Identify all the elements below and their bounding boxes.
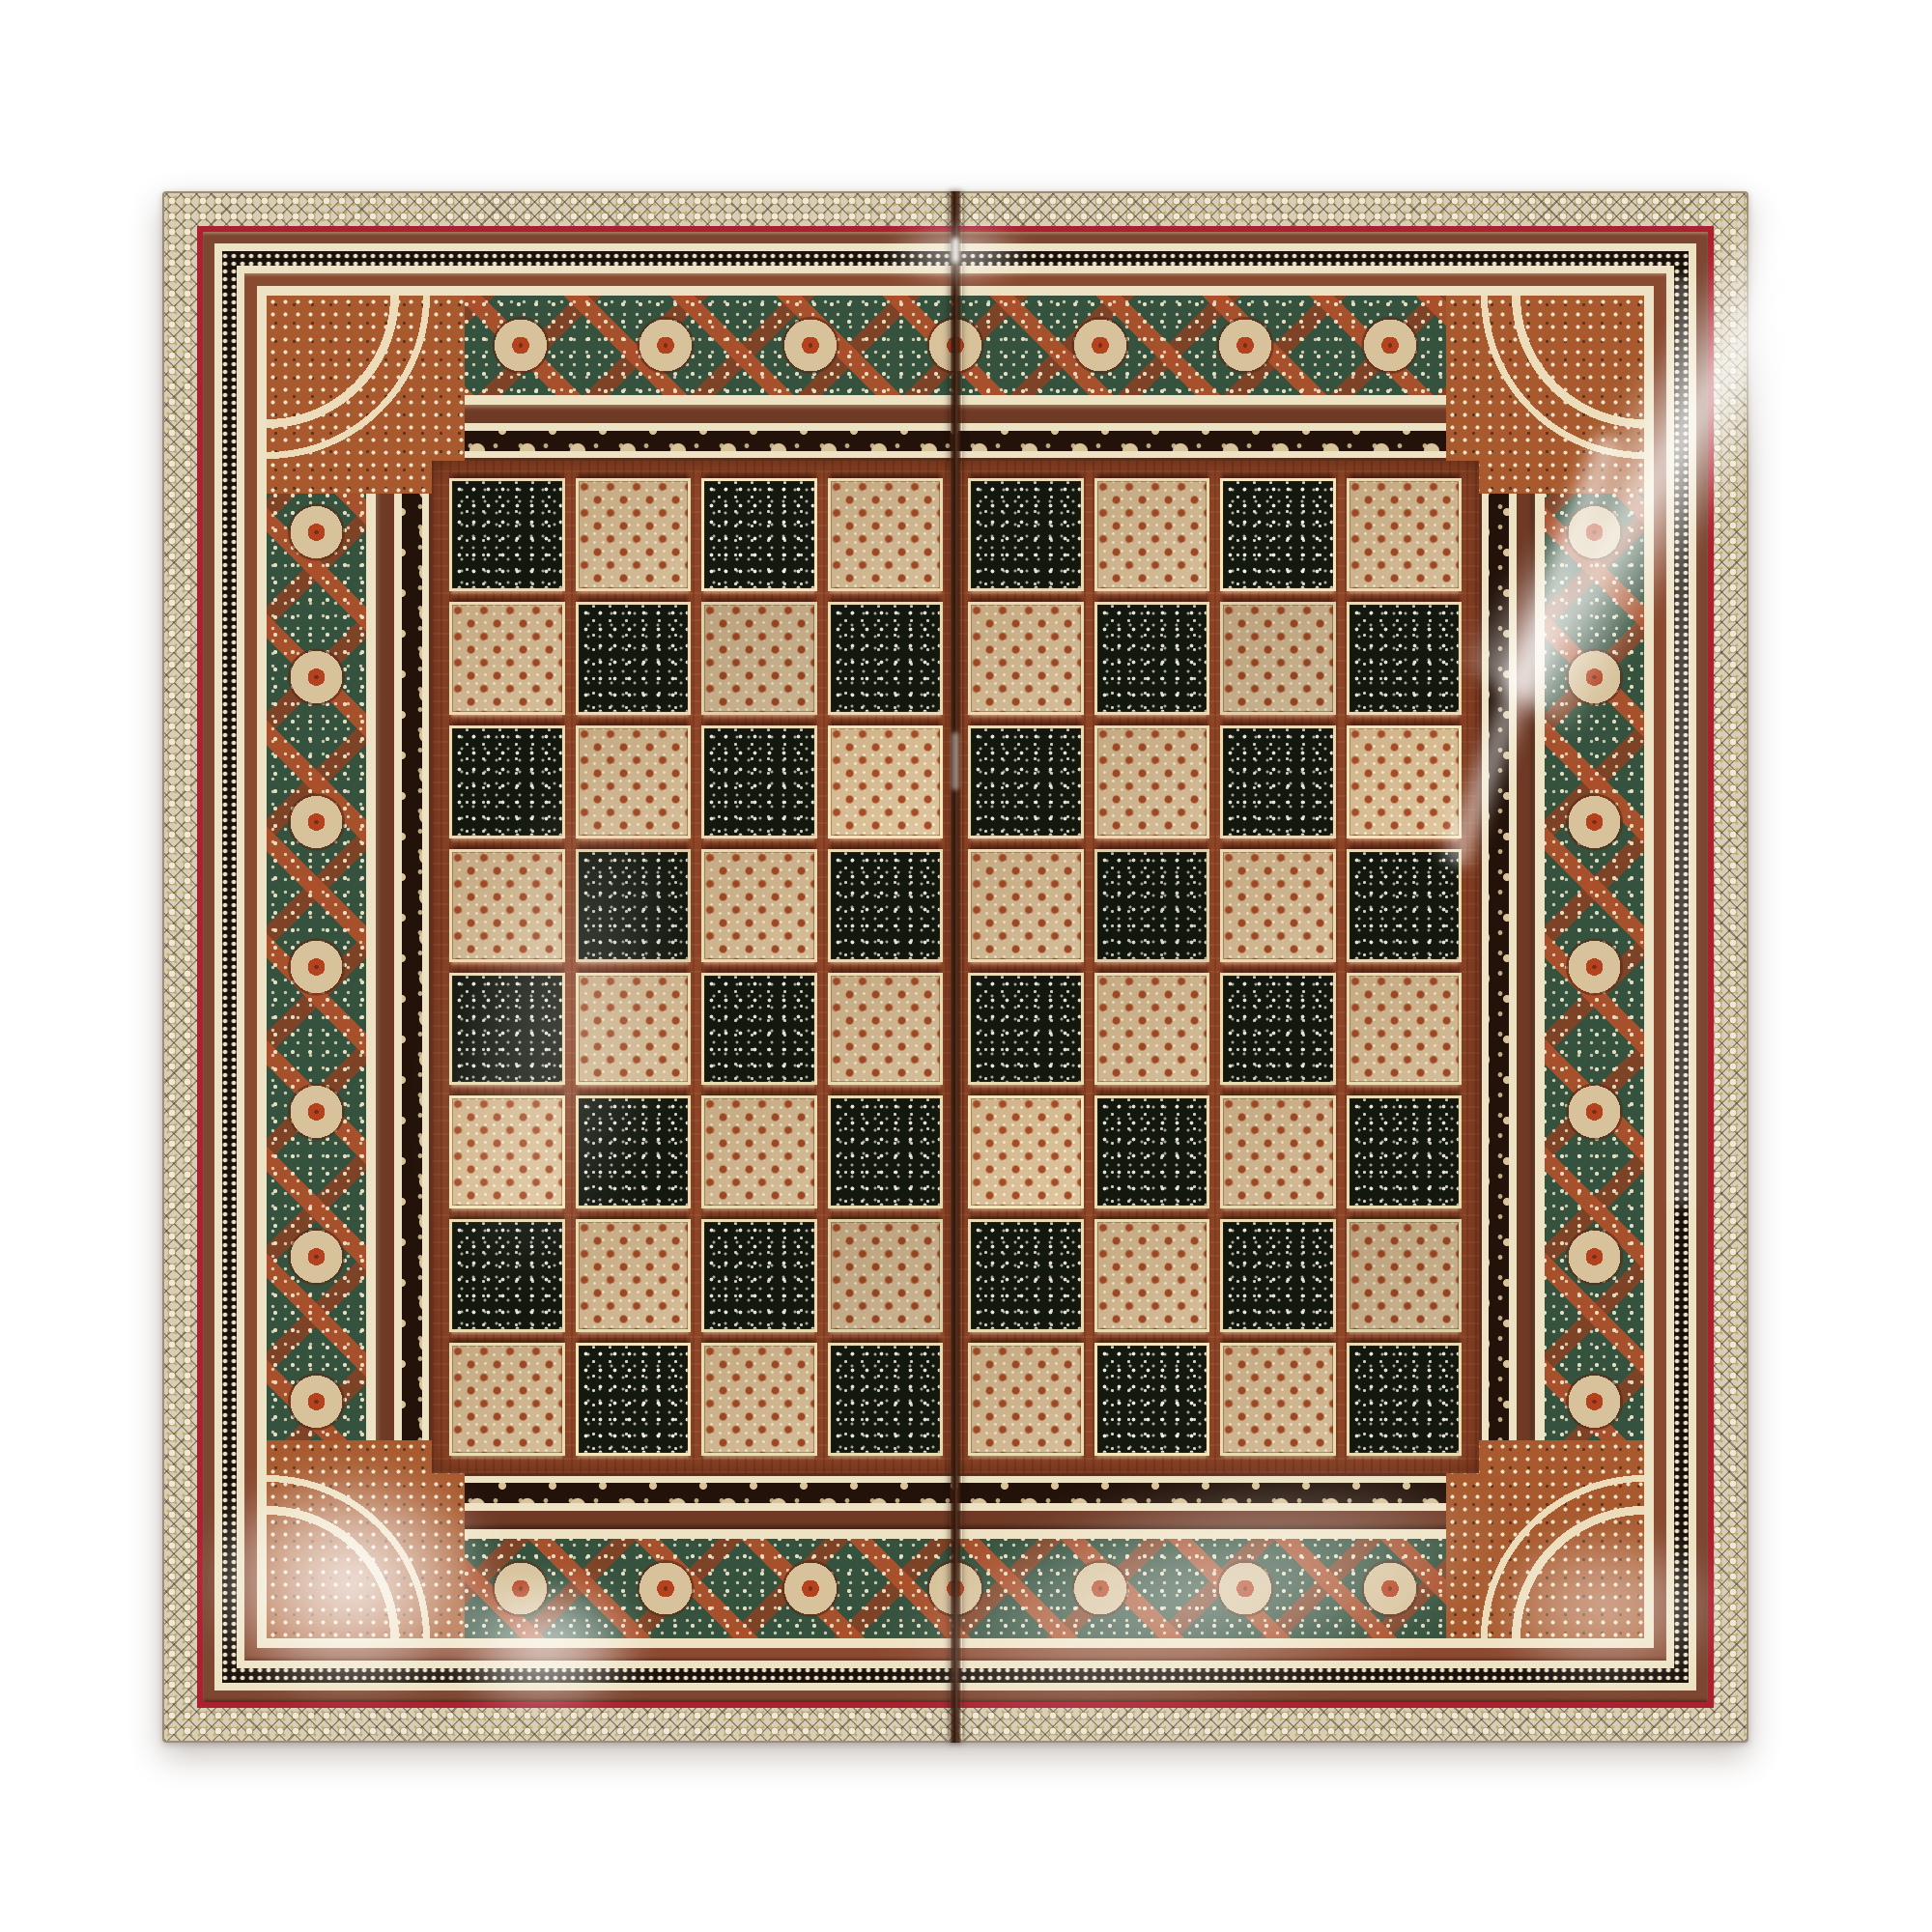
border-ivory-fillet-6	[422, 451, 1489, 1483]
grid-left-half	[449, 478, 943, 1456]
border-ivory-fillet-4	[366, 395, 1545, 1539]
square-e4[interactable]	[968, 973, 1084, 1086]
square-c6[interactable]	[701, 725, 817, 838]
border-ivory-fillet-5	[394, 423, 1517, 1511]
square-c4[interactable]	[701, 973, 817, 1086]
border-rosette-band	[267, 296, 1644, 1638]
square-e7[interactable]	[968, 602, 1084, 715]
square-a4[interactable]	[449, 973, 565, 1086]
chess-grid	[432, 461, 1479, 1473]
border-brown-fillet-outer	[203, 232, 1708, 1702]
square-c7[interactable]	[701, 602, 817, 715]
square-g3[interactable]	[1220, 1095, 1336, 1208]
square-c8[interactable]	[701, 478, 817, 591]
square-h1[interactable]	[1347, 1343, 1463, 1456]
square-a7[interactable]	[449, 602, 565, 715]
square-d6[interactable]	[828, 725, 944, 838]
square-h8[interactable]	[1347, 478, 1463, 591]
rosette-strip-bottom	[267, 1539, 1644, 1638]
square-b6[interactable]	[576, 725, 692, 838]
inner-bevel-frame	[376, 405, 1535, 1529]
square-h5[interactable]	[1347, 849, 1463, 962]
square-g7[interactable]	[1220, 602, 1336, 715]
square-h2[interactable]	[1347, 1219, 1463, 1332]
maroon-fillet	[429, 458, 1482, 1476]
square-f8[interactable]	[1094, 478, 1210, 591]
square-e3[interactable]	[968, 1095, 1084, 1208]
square-c2[interactable]	[701, 1219, 817, 1332]
square-f7[interactable]	[1094, 602, 1210, 715]
square-g5[interactable]	[1220, 849, 1336, 962]
square-h6[interactable]	[1347, 725, 1463, 838]
border-ivory-fillet-1	[214, 243, 1696, 1690]
square-h7[interactable]	[1347, 602, 1463, 715]
square-f1[interactable]	[1094, 1343, 1210, 1456]
square-a2[interactable]	[449, 1219, 565, 1332]
square-a8[interactable]	[449, 478, 565, 591]
square-g2[interactable]	[1220, 1219, 1336, 1332]
square-g8[interactable]	[1220, 478, 1336, 591]
square-e1[interactable]	[968, 1343, 1084, 1456]
square-d7[interactable]	[828, 602, 944, 715]
square-e5[interactable]	[968, 849, 1084, 962]
square-a5[interactable]	[449, 849, 565, 962]
square-b7[interactable]	[576, 602, 692, 715]
square-g4[interactable]	[1220, 973, 1336, 1086]
square-c5[interactable]	[701, 849, 817, 962]
square-d2[interactable]	[828, 1219, 944, 1332]
square-d1[interactable]	[828, 1343, 944, 1456]
square-f4[interactable]	[1094, 973, 1210, 1086]
square-b2[interactable]	[576, 1219, 692, 1332]
border-ivory-fillet-3	[257, 286, 1654, 1648]
square-h4[interactable]	[1347, 973, 1463, 1086]
seam-spacer	[943, 478, 968, 1456]
border-dot-chain-band	[222, 251, 1689, 1683]
square-f5[interactable]	[1094, 849, 1210, 962]
rosette-strip-left	[267, 296, 366, 1638]
border-ivory-fillet-2	[237, 266, 1674, 1668]
square-b1[interactable]	[576, 1343, 692, 1456]
square-e8[interactable]	[968, 478, 1084, 591]
square-c3[interactable]	[701, 1095, 817, 1208]
rosette-strip-right	[1545, 296, 1644, 1638]
square-g6[interactable]	[1220, 725, 1336, 838]
square-b3[interactable]	[576, 1095, 692, 1208]
square-d8[interactable]	[828, 478, 944, 591]
grid-right-half	[968, 478, 1462, 1456]
square-d5[interactable]	[828, 849, 944, 962]
chessboard	[162, 191, 1748, 1743]
square-b8[interactable]	[576, 478, 692, 591]
border-brown-fillet-inner	[244, 273, 1666, 1661]
border-lattice-band	[162, 191, 1748, 1743]
square-b5[interactable]	[576, 849, 692, 962]
square-a3[interactable]	[449, 1095, 565, 1208]
square-f3[interactable]	[1094, 1095, 1210, 1208]
square-g1[interactable]	[1220, 1343, 1336, 1456]
square-h3[interactable]	[1347, 1095, 1463, 1208]
square-a1[interactable]	[449, 1343, 565, 1456]
rosette-strip-top	[267, 296, 1644, 395]
quatrefoil-chain-band	[402, 431, 1509, 1503]
border-red-fillet	[197, 226, 1714, 1708]
square-a6[interactable]	[449, 725, 565, 838]
square-f6[interactable]	[1094, 725, 1210, 838]
square-e2[interactable]	[968, 1219, 1084, 1332]
square-b4[interactable]	[576, 973, 692, 1086]
square-e6[interactable]	[968, 725, 1084, 838]
square-d4[interactable]	[828, 973, 944, 1086]
square-f2[interactable]	[1094, 1219, 1210, 1332]
square-c1[interactable]	[701, 1343, 817, 1456]
square-d3[interactable]	[828, 1095, 944, 1208]
